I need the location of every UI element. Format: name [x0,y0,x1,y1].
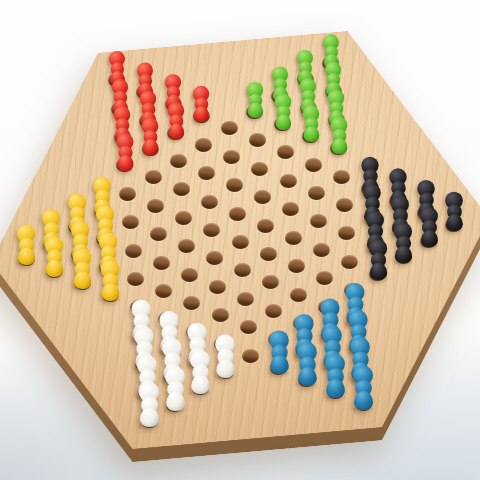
play-layer [0,0,480,480]
photo-scene [0,0,480,480]
board-hole[interactable] [178,239,195,253]
board-hole[interactable] [173,182,190,196]
board-hole[interactable] [155,284,172,298]
peg-base [275,115,290,130]
peg-blue[interactable] [295,342,319,386]
peg-base [17,248,34,265]
board-hole[interactable] [153,256,170,270]
board-hole[interactable] [308,186,325,200]
board-hole[interactable] [119,187,136,201]
board-hole[interactable] [181,268,198,282]
peg-base [270,355,288,373]
board-hole[interactable] [242,349,259,363]
peg-red[interactable] [140,118,160,155]
board-hole[interactable] [290,288,307,302]
board-hole[interactable] [229,207,246,221]
board-hole[interactable] [240,320,257,334]
peg-base [45,260,62,277]
peg-blue[interactable] [351,365,376,410]
peg-green[interactable] [329,117,349,154]
board-hole[interactable] [338,226,355,240]
board-hole[interactable] [145,170,162,184]
peg-base [142,139,158,155]
board-hole[interactable] [288,259,305,273]
board-hole[interactable] [254,190,271,204]
board-hole[interactable] [203,223,220,237]
board-hole[interactable] [280,174,297,188]
board-hole[interactable] [265,304,282,318]
board-hole[interactable] [127,272,144,286]
board-hole[interactable] [195,138,212,152]
peg-base [140,408,159,427]
peg-base [395,246,412,263]
peg-base [216,359,235,378]
peg-base [420,230,437,247]
board-hole[interactable] [201,195,218,209]
peg-base [191,376,210,395]
peg-red[interactable] [166,102,186,139]
board-hole[interactable] [183,296,200,310]
peg-white[interactable] [137,382,162,427]
board-hole[interactable] [237,292,254,306]
peg-white[interactable] [213,334,237,378]
peg-base [331,138,347,154]
peg-base [117,155,133,171]
board-hole[interactable] [234,263,251,277]
peg-yellow[interactable] [15,225,37,265]
peg-blue[interactable] [323,354,347,398]
board-hole[interactable] [125,244,142,258]
peg-base [354,391,373,410]
peg-black[interactable] [367,239,389,280]
board-hole[interactable] [226,178,243,192]
peg-red[interactable] [191,86,211,122]
peg-black[interactable] [418,207,440,247]
peg-base [165,392,184,411]
peg-blue[interactable] [267,330,291,374]
board-hole[interactable] [341,255,358,269]
board-hole[interactable] [249,133,266,147]
peg-red[interactable] [115,134,136,172]
peg-green[interactable] [301,105,321,142]
peg-black[interactable] [392,223,414,263]
board-hole[interactable] [260,247,277,261]
board-hole[interactable] [336,198,353,212]
peg-base [369,263,386,280]
peg-white[interactable] [162,366,187,411]
board-hole[interactable] [221,121,238,135]
peg-base [303,126,319,142]
board-hole[interactable] [282,202,299,216]
board-hole[interactable] [212,308,229,322]
peg-yellow[interactable] [99,260,122,301]
peg-base [247,103,262,118]
board-hole[interactable] [206,251,223,265]
board-hole[interactable] [170,154,187,168]
board-hole[interactable] [262,275,279,289]
peg-base [168,123,184,139]
peg-yellow[interactable] [71,248,94,289]
board-hole[interactable] [285,231,302,245]
board-hole[interactable] [305,158,322,172]
board-hole[interactable] [333,170,350,184]
peg-green[interactable] [273,94,293,130]
peg-green[interactable] [245,82,265,118]
board-hole[interactable] [198,166,215,180]
board-hole[interactable] [147,199,164,213]
board-hole[interactable] [257,219,274,233]
peg-base [73,272,90,289]
peg-base [326,379,345,398]
board-hole[interactable] [232,235,249,249]
board-hole[interactable] [310,214,327,228]
board-hole[interactable] [223,150,240,164]
peg-white[interactable] [188,350,212,394]
board-hole[interactable] [122,215,139,229]
board-hole[interactable] [313,243,330,257]
peg-base [446,214,463,231]
peg-base [193,107,208,122]
board-hole[interactable] [175,211,192,225]
peg-yellow[interactable] [43,237,65,278]
peg-black[interactable] [443,191,465,230]
board-hole[interactable] [316,271,333,285]
board-hole[interactable] [277,145,294,159]
board-hole[interactable] [150,227,167,241]
board-hole[interactable] [251,162,268,176]
peg-base [298,367,317,386]
peg-base [102,284,120,302]
board-hole[interactable] [209,280,226,294]
